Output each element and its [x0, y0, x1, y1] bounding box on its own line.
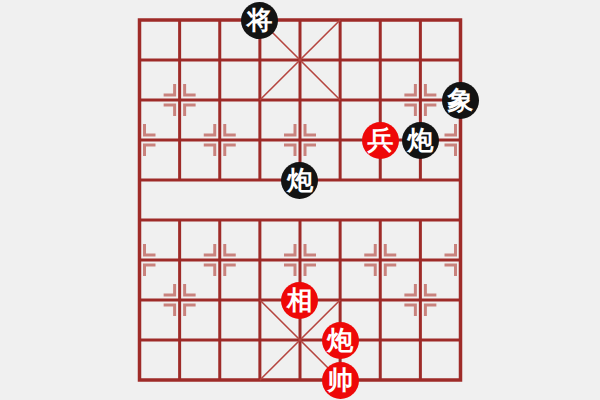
piece-red-king[interactable]: 帅	[322, 362, 359, 399]
piece-black-general[interactable]: 将	[241, 2, 278, 39]
piece-black-cannon[interactable]: 炮	[402, 122, 439, 159]
piece-red-cannon[interactable]: 炮	[322, 322, 359, 359]
xiangqi-board: 将象兵炮炮相炮帅	[0, 0, 600, 400]
piece-black-cannon[interactable]: 炮	[281, 162, 318, 199]
piece-black-elephant[interactable]: 象	[442, 82, 479, 119]
piece-red-soldier[interactable]: 兵	[362, 122, 399, 159]
piece-red-elephant[interactable]: 相	[281, 282, 318, 319]
pieces-layer: 将象兵炮炮相炮帅	[119, 0, 480, 400]
